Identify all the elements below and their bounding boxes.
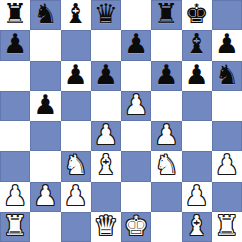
black-pawn[interactable]: ♟: [124, 30, 148, 59]
square-d2[interactable]: [91, 182, 121, 212]
square-a7[interactable]: ♟: [0, 30, 30, 60]
square-g5[interactable]: [182, 91, 212, 121]
square-e2[interactable]: [121, 182, 151, 212]
square-f6[interactable]: ♟: [151, 61, 181, 91]
white-rook[interactable]: ♜: [3, 212, 27, 241]
square-b8[interactable]: ♞: [30, 0, 60, 30]
square-d1[interactable]: ♛: [91, 212, 121, 242]
square-e4[interactable]: [121, 121, 151, 151]
square-b4[interactable]: [30, 121, 60, 151]
square-e5[interactable]: ♟: [121, 91, 151, 121]
white-bishop[interactable]: ♝: [94, 151, 118, 180]
square-g4[interactable]: [182, 121, 212, 151]
white-pawn[interactable]: ♟: [64, 182, 88, 211]
square-d7[interactable]: [91, 30, 121, 60]
square-a1[interactable]: ♜: [0, 212, 30, 242]
chess-board: ♜♞♝♛♜♚♟♟♝♟♟♟♟♟♞♟♟♟♟♞♝♞♟♟♟♟♟♜♛♚♝♜: [0, 0, 242, 242]
square-a2[interactable]: ♟: [0, 182, 30, 212]
square-h1[interactable]: ♜: [212, 212, 242, 242]
square-h4[interactable]: [212, 121, 242, 151]
square-b7[interactable]: [30, 30, 60, 60]
black-pawn[interactable]: ♟: [33, 91, 57, 120]
white-knight[interactable]: ♞: [64, 151, 88, 180]
square-e7[interactable]: ♟: [121, 30, 151, 60]
square-c1[interactable]: [61, 212, 91, 242]
square-a3[interactable]: [0, 151, 30, 181]
square-c4[interactable]: [61, 121, 91, 151]
square-f4[interactable]: ♟: [151, 121, 181, 151]
black-pawn[interactable]: ♟: [215, 30, 239, 59]
black-pawn[interactable]: ♟: [94, 61, 118, 90]
square-h2[interactable]: [212, 182, 242, 212]
square-d5[interactable]: [91, 91, 121, 121]
square-f7[interactable]: [151, 30, 181, 60]
white-king[interactable]: ♚: [124, 212, 148, 241]
square-c5[interactable]: [61, 91, 91, 121]
black-bishop[interactable]: ♝: [64, 0, 88, 29]
square-h7[interactable]: ♟: [212, 30, 242, 60]
black-bishop[interactable]: ♝: [185, 30, 209, 59]
square-d3[interactable]: ♝: [91, 151, 121, 181]
square-e1[interactable]: ♚: [121, 212, 151, 242]
square-a4[interactable]: [0, 121, 30, 151]
square-d4[interactable]: ♟: [91, 121, 121, 151]
black-rook[interactable]: ♜: [154, 0, 178, 29]
square-h3[interactable]: ♟: [212, 151, 242, 181]
square-d8[interactable]: ♛: [91, 0, 121, 30]
square-c2[interactable]: ♟: [61, 182, 91, 212]
white-pawn[interactable]: ♟: [185, 182, 209, 211]
black-king[interactable]: ♚: [185, 0, 209, 29]
square-b5[interactable]: ♟: [30, 91, 60, 121]
square-f3[interactable]: ♞: [151, 151, 181, 181]
square-a5[interactable]: [0, 91, 30, 121]
square-c6[interactable]: ♟: [61, 61, 91, 91]
square-b6[interactable]: [30, 61, 60, 91]
white-rook[interactable]: ♜: [215, 212, 239, 241]
square-c3[interactable]: ♞: [61, 151, 91, 181]
white-pawn[interactable]: ♟: [124, 91, 148, 120]
white-pawn[interactable]: ♟: [3, 182, 27, 211]
square-h8[interactable]: [212, 0, 242, 30]
square-e8[interactable]: [121, 0, 151, 30]
square-g7[interactable]: ♝: [182, 30, 212, 60]
square-b2[interactable]: ♟: [30, 182, 60, 212]
black-rook[interactable]: ♜: [3, 0, 27, 29]
square-c8[interactable]: ♝: [61, 0, 91, 30]
black-queen[interactable]: ♛: [94, 0, 118, 29]
square-h6[interactable]: ♞: [212, 61, 242, 91]
square-g1[interactable]: ♝: [182, 212, 212, 242]
square-f2[interactable]: [151, 182, 181, 212]
square-g8[interactable]: ♚: [182, 0, 212, 30]
square-h5[interactable]: [212, 91, 242, 121]
white-pawn[interactable]: ♟: [94, 121, 118, 150]
square-e3[interactable]: [121, 151, 151, 181]
square-f1[interactable]: [151, 212, 181, 242]
square-f8[interactable]: ♜: [151, 0, 181, 30]
white-queen[interactable]: ♛: [94, 212, 118, 241]
black-pawn[interactable]: ♟: [154, 61, 178, 90]
square-b1[interactable]: [30, 212, 60, 242]
white-pawn[interactable]: ♟: [215, 151, 239, 180]
square-b3[interactable]: [30, 151, 60, 181]
square-f5[interactable]: [151, 91, 181, 121]
black-pawn[interactable]: ♟: [64, 61, 88, 90]
square-g6[interactable]: ♟: [182, 61, 212, 91]
black-pawn[interactable]: ♟: [185, 61, 209, 90]
square-e6[interactable]: [121, 61, 151, 91]
square-c7[interactable]: [61, 30, 91, 60]
white-knight[interactable]: ♞: [154, 151, 178, 180]
square-g2[interactable]: ♟: [182, 182, 212, 212]
square-d6[interactable]: ♟: [91, 61, 121, 91]
black-knight[interactable]: ♞: [215, 61, 239, 90]
square-a8[interactable]: ♜: [0, 0, 30, 30]
white-pawn[interactable]: ♟: [33, 182, 57, 211]
square-a6[interactable]: [0, 61, 30, 91]
white-bishop[interactable]: ♝: [185, 212, 209, 241]
square-g3[interactable]: [182, 151, 212, 181]
white-pawn[interactable]: ♟: [154, 121, 178, 150]
black-knight[interactable]: ♞: [33, 0, 57, 29]
black-pawn[interactable]: ♟: [3, 30, 27, 59]
